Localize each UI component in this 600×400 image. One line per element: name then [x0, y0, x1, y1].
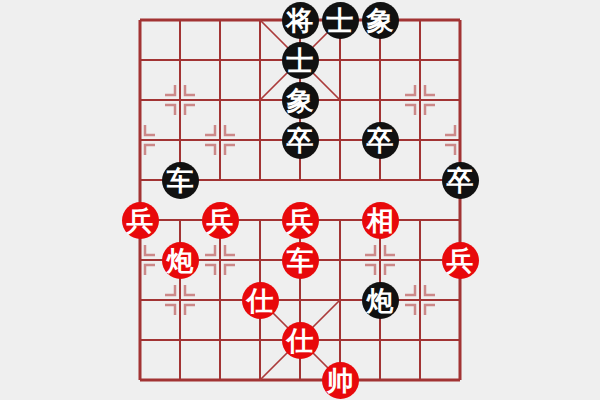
piece-black-elephant[interactable]: 象 — [282, 82, 319, 119]
piece-black-general[interactable]: 将 — [282, 2, 319, 39]
board-intersection[interactable]: 卒 — [280, 120, 320, 160]
board-intersection[interactable] — [320, 240, 360, 280]
board-intersection[interactable] — [400, 160, 440, 200]
piece-black-chariot[interactable]: 车 — [162, 162, 199, 199]
board-intersection[interactable]: 卒 — [440, 160, 480, 200]
board-intersection[interactable] — [160, 280, 200, 320]
board-intersection[interactable]: 相 — [360, 200, 400, 240]
board-intersection[interactable] — [400, 320, 440, 360]
board-intersection[interactable] — [440, 120, 480, 160]
piece-black-elephant[interactable]: 象 — [362, 2, 399, 39]
board-intersection[interactable] — [320, 40, 360, 80]
board-intersection[interactable] — [320, 80, 360, 120]
board-intersection[interactable] — [440, 320, 480, 360]
board-intersection[interactable]: 象 — [280, 80, 320, 120]
board-intersection[interactable] — [240, 240, 280, 280]
board-intersection[interactable] — [200, 240, 240, 280]
board-intersection[interactable] — [200, 80, 240, 120]
board-intersection[interactable] — [160, 40, 200, 80]
board-intersection[interactable] — [360, 360, 400, 400]
piece-red-soldier[interactable]: 兵 — [202, 202, 239, 239]
board-intersection[interactable] — [160, 320, 200, 360]
board-intersection[interactable] — [360, 160, 400, 200]
piece-black-soldier[interactable]: 卒 — [362, 122, 399, 159]
piece-red-general[interactable]: 帅 — [322, 362, 359, 399]
board-intersection[interactable] — [280, 160, 320, 200]
board-intersection[interactable] — [240, 80, 280, 120]
piece-black-advisor[interactable]: 士 — [322, 2, 359, 39]
board-intersection[interactable] — [120, 120, 160, 160]
piece-red-advisor[interactable]: 仕 — [242, 282, 279, 319]
board-intersection[interactable] — [400, 0, 440, 40]
board-intersection[interactable] — [400, 120, 440, 160]
piece-red-soldier[interactable]: 兵 — [442, 242, 479, 279]
board-intersection[interactable] — [120, 160, 160, 200]
board-intersection[interactable] — [160, 120, 200, 160]
piece-black-soldier[interactable]: 卒 — [442, 162, 479, 199]
board-intersection[interactable] — [240, 40, 280, 80]
board-intersection[interactable] — [120, 40, 160, 80]
board-intersection[interactable] — [200, 320, 240, 360]
board-intersection[interactable] — [440, 360, 480, 400]
board-intersection[interactable] — [360, 80, 400, 120]
board-intersection[interactable] — [160, 0, 200, 40]
board-intersection[interactable] — [200, 120, 240, 160]
board-intersection[interactable]: 兵 — [200, 200, 240, 240]
board-intersection[interactable] — [200, 280, 240, 320]
piece-black-cannon[interactable]: 炮 — [362, 282, 399, 319]
board-intersection[interactable] — [320, 320, 360, 360]
board-intersection[interactable]: 兵 — [120, 200, 160, 240]
piece-red-chariot[interactable]: 车 — [282, 242, 319, 279]
board-intersection[interactable]: 士 — [280, 40, 320, 80]
board-intersection[interactable]: 仕 — [280, 320, 320, 360]
board-intersection[interactable] — [440, 80, 480, 120]
piece-black-advisor[interactable]: 士 — [282, 42, 319, 79]
board-intersection[interactable] — [360, 240, 400, 280]
board-intersection[interactable] — [240, 160, 280, 200]
board-intersection[interactable]: 将 — [280, 0, 320, 40]
board-intersection[interactable] — [400, 80, 440, 120]
board-intersection[interactable]: 帅 — [320, 360, 360, 400]
board-intersection[interactable] — [320, 200, 360, 240]
board-intersection[interactable]: 炮 — [160, 240, 200, 280]
board-intersection[interactable] — [240, 0, 280, 40]
board-intersection[interactable] — [400, 240, 440, 280]
board-intersection[interactable] — [320, 120, 360, 160]
board-intersection[interactable] — [120, 240, 160, 280]
board-intersection[interactable] — [400, 360, 440, 400]
board-intersection[interactable] — [120, 320, 160, 360]
board-intersection[interactable] — [360, 320, 400, 360]
board-intersection[interactable]: 象 — [360, 0, 400, 40]
board-intersection[interactable] — [160, 80, 200, 120]
board-intersection[interactable] — [400, 40, 440, 80]
board-intersection[interactable] — [200, 160, 240, 200]
board-intersection[interactable]: 士 — [320, 0, 360, 40]
board-intersection[interactable] — [240, 360, 280, 400]
board-intersection[interactable] — [280, 360, 320, 400]
board-intersection[interactable] — [320, 280, 360, 320]
piece-black-soldier[interactable]: 卒 — [282, 122, 319, 159]
board-intersections: 将士象士象卒卒车卒兵兵兵相炮车兵仕炮仕帅 — [120, 0, 480, 400]
piece-red-soldier[interactable]: 兵 — [122, 202, 159, 239]
piece-red-cannon[interactable]: 炮 — [162, 242, 199, 279]
piece-red-elephant[interactable]: 相 — [362, 202, 399, 239]
board-intersection[interactable] — [160, 200, 200, 240]
board-intersection[interactable] — [120, 280, 160, 320]
board-intersection[interactable] — [200, 40, 240, 80]
board-intersection[interactable] — [400, 200, 440, 240]
board-intersection[interactable] — [160, 360, 200, 400]
xiangqi-board: 将士象士象卒卒车卒兵兵兵相炮车兵仕炮仕帅 — [0, 0, 600, 400]
board-intersection[interactable] — [280, 280, 320, 320]
board-intersection[interactable] — [440, 200, 480, 240]
board-intersection[interactable]: 车 — [160, 160, 200, 200]
board-intersection[interactable]: 炮 — [360, 280, 400, 320]
board-intersection[interactable] — [200, 360, 240, 400]
board-intersection[interactable] — [440, 40, 480, 80]
board-intersection[interactable] — [440, 0, 480, 40]
board-intersection[interactable] — [360, 40, 400, 80]
board-intersection[interactable] — [440, 280, 480, 320]
board-intersection[interactable]: 兵 — [280, 200, 320, 240]
board-intersection[interactable]: 仕 — [240, 280, 280, 320]
piece-red-advisor[interactable]: 仕 — [282, 322, 319, 359]
board-intersection[interactable]: 卒 — [360, 120, 400, 160]
board-intersection[interactable] — [120, 360, 160, 400]
board-intersection[interactable]: 车 — [280, 240, 320, 280]
board-intersection[interactable] — [200, 0, 240, 40]
board-intersection[interactable] — [120, 80, 160, 120]
piece-red-soldier[interactable]: 兵 — [282, 202, 319, 239]
board-intersection[interactable] — [320, 160, 360, 200]
board-intersection[interactable]: 兵 — [440, 240, 480, 280]
board-intersection[interactable] — [240, 120, 280, 160]
board-intersection[interactable] — [240, 200, 280, 240]
board-intersection[interactable] — [400, 280, 440, 320]
board-intersection[interactable] — [120, 0, 160, 40]
board-intersection[interactable] — [240, 320, 280, 360]
